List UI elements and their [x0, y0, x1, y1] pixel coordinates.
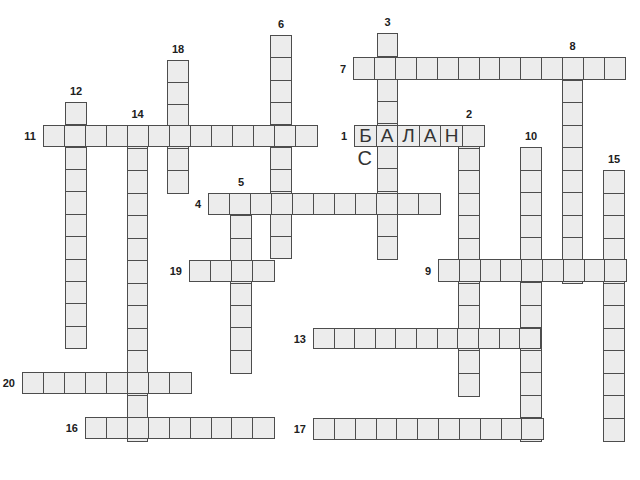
clue-number-1: 1: [341, 130, 347, 142]
cell-8-5[interactable]: [562, 147, 583, 171]
clue-number-12: 12: [70, 85, 82, 97]
cell-19-4[interactable]: [252, 260, 275, 282]
clue-number-11: 11: [24, 130, 36, 142]
clue-number-10: 10: [525, 130, 537, 142]
cell-7-8[interactable]: [499, 57, 521, 80]
cell-9-4[interactable]: [500, 259, 522, 282]
cell-4-5[interactable]: [292, 193, 315, 215]
cell-13-1[interactable]: [313, 328, 335, 349]
cell-5-5[interactable]: [230, 283, 252, 307]
cell-19-1[interactable]: [189, 260, 212, 282]
cell-13-10[interactable]: [499, 328, 521, 349]
cell-15-12[interactable]: [603, 418, 625, 442]
cell-12-3[interactable]: [65, 147, 87, 171]
cell-9-5[interactable]: [521, 259, 543, 282]
cell-18-5[interactable]: [167, 148, 189, 172]
cell-11-12[interactable]: [274, 125, 297, 147]
cell-15-2[interactable]: [603, 193, 625, 217]
cell-7-11[interactable]: [562, 57, 584, 80]
cell-9-7[interactable]: [563, 259, 585, 282]
cell-2-4[interactable]: [458, 193, 480, 217]
cell-20-7[interactable]: [148, 372, 171, 394]
cell-1-6[interactable]: [462, 125, 485, 147]
cell-3-1[interactable]: [377, 33, 398, 57]
cell-5-2[interactable]: [230, 215, 252, 239]
cell-12-9[interactable]: [65, 281, 87, 305]
cell-14-13[interactable]: [127, 395, 148, 419]
clue-number-7: 7: [340, 63, 346, 75]
cell-10-3[interactable]: [520, 192, 542, 216]
clue-number-8: 8: [569, 40, 575, 52]
clue-number-15: 15: [608, 153, 620, 165]
cell-1-4-letter[interactable]: А: [419, 125, 442, 147]
cell-15-6[interactable]: [603, 283, 625, 307]
cell-10-4[interactable]: [520, 215, 542, 239]
cell-9-2[interactable]: [459, 259, 481, 282]
cell-12-11[interactable]: [65, 326, 87, 350]
cell-15-9[interactable]: [603, 350, 625, 374]
clue-number-14: 14: [131, 108, 143, 120]
cell-6-9[interactable]: [270, 213, 292, 237]
cell-1-5-letter[interactable]: Н: [440, 125, 463, 147]
cell-3-10[interactable]: [377, 236, 398, 260]
clue-number-19: 19: [170, 265, 182, 277]
cell-13-8[interactable]: [457, 328, 479, 349]
cell-20-5[interactable]: [106, 372, 129, 394]
cell-7-9[interactable]: [520, 57, 542, 80]
cell-17-10[interactable]: [501, 418, 523, 440]
cell-10-11[interactable]: [520, 372, 542, 396]
cell-15-3[interactable]: [603, 215, 625, 239]
cell-18-3[interactable]: [167, 104, 189, 128]
cell-15-10[interactable]: [603, 373, 625, 397]
cell-7-1[interactable]: [353, 57, 375, 80]
cell-7-10[interactable]: [541, 57, 563, 80]
cell-18-6[interactable]: [167, 170, 189, 194]
cell-4-10[interactable]: [397, 193, 420, 215]
cell-7-4[interactable]: [416, 57, 438, 80]
clue-number-4: 4: [195, 198, 201, 210]
cell-12-8[interactable]: [65, 259, 87, 283]
cell-3-7[interactable]: [377, 168, 398, 192]
cell-14-4[interactable]: [127, 193, 148, 217]
cell-2-8[interactable]: [458, 283, 480, 307]
cell-11-3[interactable]: [85, 125, 108, 147]
cell-6-6[interactable]: [270, 147, 292, 171]
cell-9-3[interactable]: [480, 259, 502, 282]
cell-19-2[interactable]: [210, 260, 233, 282]
cell-20-8[interactable]: [169, 372, 192, 394]
cell-6-2[interactable]: [270, 57, 292, 81]
cell-8-7[interactable]: [562, 192, 583, 216]
cell-17-1[interactable]: [313, 418, 335, 440]
cell-10-8[interactable]: [520, 305, 542, 329]
cell-13-4[interactable]: [375, 328, 397, 349]
cell-14-6[interactable]: [127, 238, 148, 262]
clue-number-6: 6: [278, 18, 284, 30]
cell-14-7[interactable]: [127, 260, 148, 284]
cell-7-7[interactable]: [479, 57, 501, 80]
cell-20-4[interactable]: [85, 372, 108, 394]
cell-9-9[interactable]: [604, 259, 626, 282]
cell-13-7[interactable]: [437, 328, 459, 349]
cell-17-8[interactable]: [459, 418, 481, 440]
cell-15-8[interactable]: [603, 328, 625, 352]
cell-17-3[interactable]: [355, 418, 377, 440]
cell-5-8[interactable]: [230, 350, 252, 374]
cell-5-6[interactable]: [230, 305, 252, 329]
cell-8-9[interactable]: [562, 237, 583, 261]
cell-6-1[interactable]: [270, 35, 292, 59]
cell-15-4[interactable]: [603, 238, 625, 262]
crossword-board: 3681812214101557111БАЛАН419913201617С: [0, 0, 640, 480]
clue-number-13: 13: [294, 333, 306, 345]
cell-16-6[interactable]: [190, 417, 212, 439]
cell-7-5[interactable]: [437, 57, 459, 80]
cell-20-1[interactable]: [22, 372, 45, 394]
clue-number-17: 17: [294, 423, 306, 435]
cell-2-11[interactable]: [458, 350, 480, 374]
cell-3-6[interactable]: [377, 146, 398, 170]
cell-4-1[interactable]: [208, 193, 231, 215]
clue-number-18: 18: [172, 43, 184, 55]
cell-4-4[interactable]: [271, 193, 294, 215]
cell-2-6[interactable]: [458, 238, 480, 262]
cell-9-1[interactable]: [438, 259, 460, 282]
cell-13-3[interactable]: [354, 328, 376, 349]
cell-6-3[interactable]: [270, 80, 292, 104]
cell-10-1[interactable]: [520, 147, 542, 171]
cell-14-2[interactable]: [127, 148, 148, 172]
cell-18-2[interactable]: [167, 82, 189, 106]
cell-4-8[interactable]: [355, 193, 378, 215]
cell-8-6[interactable]: [562, 170, 583, 194]
cell-14-10[interactable]: [127, 328, 148, 352]
cell-8-2[interactable]: [562, 80, 583, 104]
cell-16-4[interactable]: [148, 417, 170, 439]
cell-20-3[interactable]: [64, 372, 87, 394]
cell-15-1[interactable]: [603, 170, 625, 194]
cell-8-4[interactable]: [562, 125, 583, 149]
clue-number-3: 3: [384, 16, 390, 28]
cell-11-13[interactable]: [295, 125, 318, 147]
cell-4-9[interactable]: [376, 193, 399, 215]
cell-10-5[interactable]: [520, 237, 542, 261]
cell-11-1[interactable]: [43, 125, 66, 147]
cell-3-9[interactable]: [377, 213, 398, 237]
cell-13-5[interactable]: [395, 328, 417, 349]
cell-17-4[interactable]: [376, 418, 398, 440]
cell-11-8[interactable]: [190, 125, 213, 147]
cell-17-7[interactable]: [438, 418, 460, 440]
cell-20-6[interactable]: [127, 372, 150, 394]
cell-10-2[interactable]: [520, 170, 542, 194]
cell-13-9[interactable]: [478, 328, 500, 349]
cell-10-10[interactable]: [520, 350, 542, 374]
cell-4-2[interactable]: [229, 193, 252, 215]
cell-12-10[interactable]: [65, 303, 87, 327]
clue-number-9: 9: [425, 265, 431, 277]
cell-4-7[interactable]: [334, 193, 357, 215]
stray-letter-s: С: [354, 147, 376, 169]
cell-11-7[interactable]: [169, 125, 192, 147]
cell-1-1-letter[interactable]: Б: [354, 125, 377, 147]
cell-7-13[interactable]: [604, 57, 626, 80]
cell-20-2[interactable]: [43, 372, 66, 394]
cell-13-11[interactable]: [519, 328, 541, 349]
cell-16-3[interactable]: [127, 417, 149, 439]
cell-6-7[interactable]: [270, 169, 292, 193]
cell-11-9[interactable]: [211, 125, 234, 147]
cell-11-11[interactable]: [253, 125, 276, 147]
cell-11-10[interactable]: [232, 125, 255, 147]
cell-15-7[interactable]: [603, 305, 625, 329]
cell-7-12[interactable]: [583, 57, 605, 80]
cell-14-3[interactable]: [127, 170, 148, 194]
cell-11-5[interactable]: [127, 125, 150, 147]
cell-11-2[interactable]: [64, 125, 87, 147]
cell-14-8[interactable]: [127, 283, 148, 307]
cell-7-6[interactable]: [458, 57, 480, 80]
cell-16-1[interactable]: [85, 417, 107, 439]
cell-8-3[interactable]: [562, 102, 583, 126]
cell-17-6[interactable]: [417, 418, 439, 440]
cell-1-3-letter[interactable]: Л: [397, 125, 420, 147]
cell-19-3[interactable]: [231, 260, 254, 282]
cell-13-6[interactable]: [416, 328, 438, 349]
cell-8-8[interactable]: [562, 215, 583, 239]
cell-2-3[interactable]: [458, 170, 480, 194]
cell-5-7[interactable]: [230, 327, 252, 351]
cell-16-7[interactable]: [211, 417, 233, 439]
cell-7-2[interactable]: [374, 57, 396, 80]
cell-10-7[interactable]: [520, 282, 542, 306]
cell-17-2[interactable]: [334, 418, 356, 440]
cell-2-2[interactable]: [458, 148, 480, 172]
cell-14-5[interactable]: [127, 215, 148, 239]
cell-17-5[interactable]: [396, 418, 418, 440]
cell-14-11[interactable]: [127, 350, 148, 374]
cell-4-3[interactable]: [250, 193, 273, 215]
cell-4-11[interactable]: [418, 193, 441, 215]
cell-4-6[interactable]: [313, 193, 336, 215]
cell-3-3[interactable]: [377, 78, 398, 102]
clue-number-16: 16: [66, 422, 78, 434]
cell-5-3[interactable]: [230, 238, 252, 262]
cell-9-8[interactable]: [584, 259, 606, 282]
cell-11-6[interactable]: [148, 125, 171, 147]
cell-18-1[interactable]: [167, 60, 189, 84]
cell-16-2[interactable]: [106, 417, 128, 439]
cell-2-5[interactable]: [458, 215, 480, 239]
cell-12-5[interactable]: [65, 191, 87, 215]
cell-16-5[interactable]: [169, 417, 191, 439]
cell-12-1[interactable]: [65, 102, 87, 126]
cell-6-10[interactable]: [270, 236, 292, 260]
cell-12-6[interactable]: [65, 214, 87, 238]
cell-15-11[interactable]: [603, 395, 625, 419]
cell-14-9[interactable]: [127, 305, 148, 329]
cell-2-9[interactable]: [458, 305, 480, 329]
cell-9-6[interactable]: [542, 259, 564, 282]
cell-2-12[interactable]: [458, 373, 480, 397]
cell-16-9[interactable]: [252, 417, 274, 439]
cell-12-4[interactable]: [65, 169, 87, 193]
cell-6-4[interactable]: [270, 102, 292, 126]
cell-10-12[interactable]: [520, 395, 542, 419]
cell-3-4[interactable]: [377, 101, 398, 125]
cell-1-2-letter[interactable]: А: [376, 125, 399, 147]
cell-13-2[interactable]: [334, 328, 356, 349]
cell-17-11[interactable]: [521, 418, 543, 440]
cell-11-4[interactable]: [106, 125, 129, 147]
cell-17-9[interactable]: [480, 418, 502, 440]
cell-16-8[interactable]: [231, 417, 253, 439]
clue-number-20: 20: [3, 377, 15, 389]
cell-7-3[interactable]: [395, 57, 417, 80]
clue-number-5: 5: [238, 176, 244, 188]
cell-12-7[interactable]: [65, 236, 87, 260]
clue-number-2: 2: [466, 108, 472, 120]
